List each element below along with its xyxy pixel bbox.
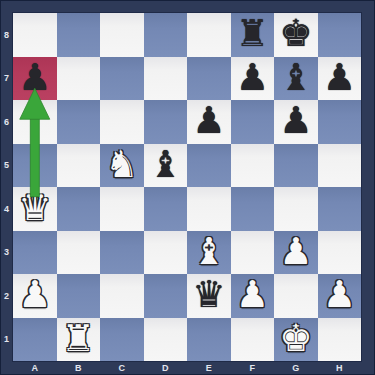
- square-d1[interactable]: [144, 318, 188, 362]
- square-c7[interactable]: [100, 57, 144, 101]
- square-c6[interactable]: [100, 100, 144, 144]
- square-b7[interactable]: [57, 57, 101, 101]
- square-a6[interactable]: [13, 100, 57, 144]
- piece-black-pawn[interactable]: ♟: [279, 102, 312, 139]
- piece-black-king[interactable]: ♚: [279, 15, 312, 52]
- file-label-C: C: [100, 361, 144, 374]
- square-g4[interactable]: [274, 187, 318, 231]
- square-a2[interactable]: ♟: [13, 274, 57, 318]
- square-h2[interactable]: ♟: [318, 274, 362, 318]
- square-e5[interactable]: [187, 144, 231, 188]
- square-a7[interactable]: ♟: [13, 57, 57, 101]
- square-c1[interactable]: [100, 318, 144, 362]
- piece-white-pawn[interactable]: ♟: [323, 276, 356, 313]
- square-a1[interactable]: [13, 318, 57, 362]
- square-c5[interactable]: ♞: [100, 144, 144, 188]
- square-e8[interactable]: [187, 13, 231, 57]
- square-h4[interactable]: [318, 187, 362, 231]
- piece-white-knight[interactable]: ♞: [105, 146, 138, 183]
- square-f6[interactable]: [231, 100, 275, 144]
- square-f7[interactable]: ♟: [231, 57, 275, 101]
- square-d2[interactable]: [144, 274, 188, 318]
- rank-label-8: 8: [0, 13, 13, 57]
- square-f2[interactable]: ♟: [231, 274, 275, 318]
- square-a3[interactable]: [13, 231, 57, 275]
- file-label-F: F: [231, 361, 275, 374]
- square-d7[interactable]: [144, 57, 188, 101]
- square-g8[interactable]: ♚: [274, 13, 318, 57]
- square-d3[interactable]: [144, 231, 188, 275]
- chess-board: ♜♚♟♟♝♟♟♟♞♝♛♝♟♟♛♟♟♜♚: [13, 13, 361, 361]
- rank-label-1: 1: [0, 318, 13, 362]
- square-d4[interactable]: [144, 187, 188, 231]
- rank-label-7: 7: [0, 57, 13, 101]
- square-e3[interactable]: ♝: [187, 231, 231, 275]
- file-label-H: H: [318, 361, 362, 374]
- square-c2[interactable]: [100, 274, 144, 318]
- file-label-B: B: [57, 361, 101, 374]
- rank-label-4: 4: [0, 187, 13, 231]
- rank-label-6: 6: [0, 100, 13, 144]
- square-f1[interactable]: [231, 318, 275, 362]
- file-label-D: D: [144, 361, 188, 374]
- square-d5[interactable]: ♝: [144, 144, 188, 188]
- chess-board-window: ♜♚♟♟♝♟♟♟♞♝♛♝♟♟♛♟♟♜♚ 87654321ABCDEFGH: [0, 0, 375, 375]
- rank-label-3: 3: [0, 231, 13, 275]
- square-f8[interactable]: ♜: [231, 13, 275, 57]
- square-g7[interactable]: ♝: [274, 57, 318, 101]
- square-e2[interactable]: ♛: [187, 274, 231, 318]
- square-g5[interactable]: [274, 144, 318, 188]
- piece-black-pawn[interactable]: ♟: [323, 59, 356, 96]
- square-h5[interactable]: [318, 144, 362, 188]
- square-h6[interactable]: [318, 100, 362, 144]
- piece-black-bishop[interactable]: ♝: [149, 146, 182, 183]
- piece-black-pawn[interactable]: ♟: [18, 59, 51, 96]
- square-e4[interactable]: [187, 187, 231, 231]
- square-c4[interactable]: [100, 187, 144, 231]
- piece-white-pawn[interactable]: ♟: [236, 276, 269, 313]
- piece-black-pawn[interactable]: ♟: [192, 102, 225, 139]
- square-f3[interactable]: [231, 231, 275, 275]
- square-h1[interactable]: [318, 318, 362, 362]
- square-d6[interactable]: [144, 100, 188, 144]
- piece-white-pawn[interactable]: ♟: [18, 276, 51, 313]
- rank-label-2: 2: [0, 274, 13, 318]
- square-f4[interactable]: [231, 187, 275, 231]
- square-g1[interactable]: ♚: [274, 318, 318, 362]
- square-b2[interactable]: [57, 274, 101, 318]
- square-g3[interactable]: ♟: [274, 231, 318, 275]
- file-label-A: A: [13, 361, 57, 374]
- square-h8[interactable]: [318, 13, 362, 57]
- square-d8[interactable]: [144, 13, 188, 57]
- square-b4[interactable]: [57, 187, 101, 231]
- piece-black-queen[interactable]: ♛: [192, 276, 225, 313]
- piece-white-king[interactable]: ♚: [279, 320, 312, 357]
- square-c3[interactable]: [100, 231, 144, 275]
- square-e6[interactable]: ♟: [187, 100, 231, 144]
- piece-white-bishop[interactable]: ♝: [192, 233, 225, 270]
- square-f5[interactable]: [231, 144, 275, 188]
- square-g6[interactable]: ♟: [274, 100, 318, 144]
- square-e7[interactable]: [187, 57, 231, 101]
- file-label-G: G: [274, 361, 318, 374]
- square-h7[interactable]: ♟: [318, 57, 362, 101]
- piece-black-rook[interactable]: ♜: [236, 15, 269, 52]
- piece-white-queen[interactable]: ♛: [18, 189, 51, 226]
- square-b5[interactable]: [57, 144, 101, 188]
- square-e1[interactable]: [187, 318, 231, 362]
- piece-black-bishop[interactable]: ♝: [279, 59, 312, 96]
- square-a5[interactable]: [13, 144, 57, 188]
- piece-black-pawn[interactable]: ♟: [236, 59, 269, 96]
- square-a4[interactable]: ♛: [13, 187, 57, 231]
- square-b6[interactable]: [57, 100, 101, 144]
- square-h3[interactable]: [318, 231, 362, 275]
- square-a8[interactable]: [13, 13, 57, 57]
- file-label-E: E: [187, 361, 231, 374]
- square-b3[interactable]: [57, 231, 101, 275]
- square-g2[interactable]: [274, 274, 318, 318]
- piece-white-pawn[interactable]: ♟: [279, 233, 312, 270]
- rank-label-5: 5: [0, 144, 13, 188]
- piece-white-rook[interactable]: ♜: [62, 320, 95, 357]
- square-c8[interactable]: [100, 13, 144, 57]
- square-b1[interactable]: ♜: [57, 318, 101, 362]
- square-b8[interactable]: [57, 13, 101, 57]
